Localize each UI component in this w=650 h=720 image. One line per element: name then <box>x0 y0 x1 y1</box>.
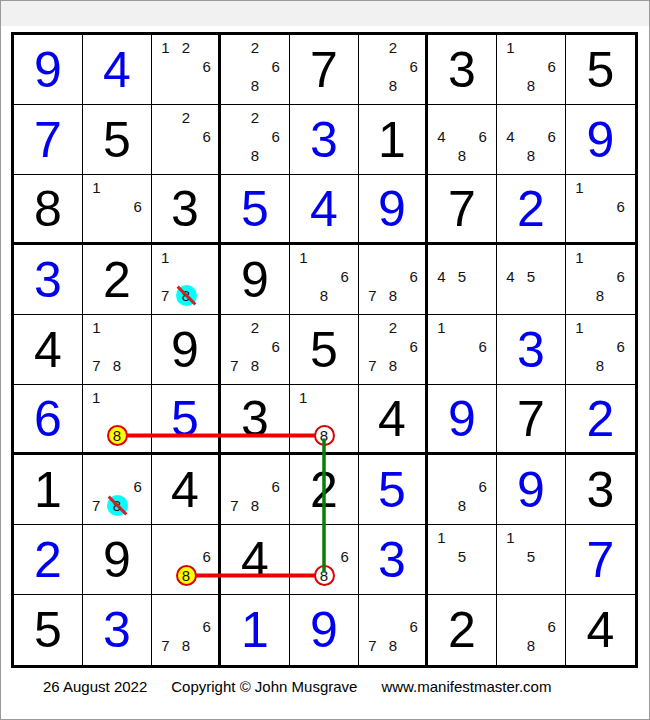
pencil-marks: 678 <box>155 598 217 655</box>
candidate-6: 6 <box>203 549 211 564</box>
cell-r3c3[interactable]: 3 <box>152 175 221 245</box>
candidate-2: 2 <box>182 40 190 55</box>
pencil-marks: 468 <box>500 108 562 165</box>
cell-r8c1[interactable]: 2 <box>14 525 83 595</box>
cell-value: 8 <box>34 184 62 234</box>
cell-value: 3 <box>517 325 545 375</box>
candidate-2: 2 <box>389 40 397 55</box>
candidate-6: 6 <box>478 339 486 354</box>
cell-r9c9[interactable]: 4 <box>566 595 635 665</box>
pencil-marks: 2678 <box>224 318 286 375</box>
candidate-6: 6 <box>409 619 417 634</box>
cell-r9c1[interactable]: 5 <box>14 595 83 665</box>
candidate-6: 6 <box>478 479 486 494</box>
candidate-8: 8 <box>389 638 397 653</box>
cell-value: 3 <box>103 605 131 655</box>
cell-r2c9[interactable]: 9 <box>566 105 635 175</box>
candidate-4: 4 <box>506 269 514 284</box>
candidate-1: 1 <box>92 180 100 195</box>
cell-value: 9 <box>34 45 62 95</box>
cell-r9c3[interactable]: 678 <box>152 595 221 665</box>
cell-r2c1[interactable]: 7 <box>14 105 83 175</box>
cell-value: 2 <box>34 535 62 585</box>
candidate-6: 6 <box>547 59 555 74</box>
cell-r6c9[interactable]: 2 <box>566 385 635 455</box>
cell-r3c4[interactable]: 5 <box>221 175 290 245</box>
pencil-marks: 18 <box>293 388 355 445</box>
candidate-6: 6 <box>547 619 555 634</box>
cell-r6c7[interactable]: 9 <box>428 385 497 455</box>
candidate-1: 1 <box>161 250 169 265</box>
cell-r3c8[interactable]: 2 <box>497 175 566 245</box>
cell-r3c2[interactable]: 16 <box>83 175 152 245</box>
candidate-6: 6 <box>478 129 486 144</box>
cell-r1c2[interactable]: 4 <box>83 35 152 105</box>
candidate-8: 8 <box>251 148 259 163</box>
cell-value: 5 <box>378 465 406 515</box>
cell-r4c7[interactable]: 45 <box>428 245 497 315</box>
candidate-2: 2 <box>251 110 259 125</box>
candidate-4: 4 <box>437 269 445 284</box>
cell-r7c3[interactable]: 4 <box>152 455 221 525</box>
cell-r5c7[interactable]: 16 <box>428 315 497 385</box>
cell-r8c4[interactable]: 4 <box>221 525 290 595</box>
candidate-8-red-ring: 8 <box>314 565 335 586</box>
cell-r2c4[interactable]: 268 <box>221 105 290 175</box>
candidate-8: 8 <box>251 78 259 93</box>
pencil-marks: 468 <box>431 108 493 165</box>
cell-r5c2[interactable]: 178 <box>83 315 152 385</box>
cell-value: 9 <box>517 465 545 515</box>
cell-value: 3 <box>241 394 269 444</box>
cell-value: 4 <box>310 184 338 234</box>
candidate-8-cyan-slash: 8 <box>107 495 128 516</box>
candidate-8: 8 <box>182 638 190 653</box>
candidate-1: 1 <box>506 530 514 545</box>
candidate-8: 8 <box>458 498 466 513</box>
candidate-1: 1 <box>92 320 100 335</box>
candidate-6: 6 <box>134 479 142 494</box>
candidate-8-red-ring: 8 <box>314 425 335 446</box>
candidate-8: 8 <box>458 148 466 163</box>
cell-r7c5[interactable]: 2 <box>290 455 359 525</box>
cell-r3c7[interactable]: 7 <box>428 175 497 245</box>
candidate-2: 2 <box>182 110 190 125</box>
pencil-marks: 15 <box>431 528 493 585</box>
cell-value: 2 <box>587 394 615 444</box>
pencil-marks: 45 <box>431 248 493 305</box>
cell-r5c6[interactable]: 2678 <box>359 315 428 385</box>
candidate-6: 6 <box>271 129 279 144</box>
cell-r1c7[interactable]: 3 <box>428 35 497 105</box>
cell-r1c1[interactable]: 9 <box>14 35 83 105</box>
candidate-2: 2 <box>251 40 259 55</box>
cell-value: 4 <box>378 394 406 444</box>
pencil-marks: 68 <box>155 528 217 585</box>
cell-value: 2 <box>448 605 476 655</box>
candidate-7: 7 <box>230 358 238 373</box>
cell-r6c1[interactable]: 6 <box>14 385 83 455</box>
pencil-marks: 168 <box>569 248 631 305</box>
pencil-marks: 168 <box>500 38 562 95</box>
candidate-7: 7 <box>368 358 376 373</box>
cell-value: 6 <box>34 394 62 444</box>
cell-value: 2 <box>310 465 338 515</box>
candidate-8-yellow-ring: 8 <box>176 565 197 586</box>
cell-value: 9 <box>310 605 338 655</box>
cell-r7c9[interactable]: 3 <box>566 455 635 525</box>
candidate-8-cyan-slash: 8 <box>176 285 197 306</box>
cell-value: 4 <box>34 325 62 375</box>
cell-r8c7[interactable]: 15 <box>428 525 497 595</box>
candidate-5: 5 <box>527 549 535 564</box>
pencil-marks: 678 <box>362 248 424 305</box>
candidate-1: 1 <box>92 390 100 405</box>
cell-value: 1 <box>34 465 62 515</box>
candidate-1: 1 <box>506 40 514 55</box>
candidate-8: 8 <box>389 358 397 373</box>
candidate-6: 6 <box>340 269 348 284</box>
cell-value: 4 <box>171 465 199 515</box>
cell-r5c9[interactable]: 168 <box>566 315 635 385</box>
cell-value: 4 <box>587 605 615 655</box>
candidate-1: 1 <box>299 390 307 405</box>
cell-r9c2[interactable]: 3 <box>83 595 152 665</box>
cell-r9c4[interactable]: 1 <box>221 595 290 665</box>
candidate-1: 1 <box>161 40 169 55</box>
cell-r2c8[interactable]: 468 <box>497 105 566 175</box>
cell-r6c4[interactable]: 3 <box>221 385 290 455</box>
candidate-6: 6 <box>616 339 624 354</box>
cell-value: 1 <box>241 605 269 655</box>
cell-r8c5[interactable]: 68 <box>290 525 359 595</box>
candidate-5: 5 <box>527 269 535 284</box>
cell-r4c8[interactable]: 45 <box>497 245 566 315</box>
pencil-marks: 16 <box>431 318 493 375</box>
cell-value: 9 <box>171 325 199 375</box>
pencil-marks: 15 <box>500 528 562 585</box>
cell-value: 3 <box>587 465 615 515</box>
pencil-marks: 178 <box>86 318 148 375</box>
candidate-8: 8 <box>527 638 535 653</box>
cell-r1c4[interactable]: 268 <box>221 35 290 105</box>
cell-value: 3 <box>171 184 199 234</box>
cell-r7c8[interactable]: 9 <box>497 455 566 525</box>
candidate-1: 1 <box>575 320 583 335</box>
cell-value: 5 <box>310 325 338 375</box>
candidate-6: 6 <box>616 199 624 214</box>
candidate-8: 8 <box>251 498 259 513</box>
candidate-1: 1 <box>575 180 583 195</box>
cell-r7c1[interactable]: 1 <box>14 455 83 525</box>
candidate-1: 1 <box>437 320 445 335</box>
footer-website: www.manifestmaster.com <box>381 678 551 695</box>
cell-r2c6[interactable]: 1 <box>359 105 428 175</box>
pencil-marks: 45 <box>500 248 562 305</box>
candidate-6: 6 <box>341 549 349 564</box>
pencil-marks: 678 <box>362 598 424 655</box>
cell-r1c9[interactable]: 5 <box>566 35 635 105</box>
cell-value: 9 <box>241 255 269 305</box>
page: 9412626872683168575262683146846898163549… <box>0 0 650 720</box>
cell-r6c2[interactable]: 18 <box>83 385 152 455</box>
cell-r9c5[interactable]: 9 <box>290 595 359 665</box>
cell-r5c4[interactable]: 2678 <box>221 315 290 385</box>
candidate-8: 8 <box>320 288 328 303</box>
pencil-marks: 68 <box>431 458 493 515</box>
cell-r5c8[interactable]: 3 <box>497 315 566 385</box>
cell-r2c5[interactable]: 3 <box>290 105 359 175</box>
candidate-6: 6 <box>409 339 417 354</box>
cell-value: 4 <box>103 45 131 95</box>
cell-r5c5[interactable]: 5 <box>290 315 359 385</box>
candidate-8: 8 <box>596 358 604 373</box>
pencil-marks: 126 <box>155 38 217 95</box>
footer: 26 August 2022Copyright © John Musgravew… <box>43 678 575 695</box>
candidate-1: 1 <box>299 250 307 265</box>
cell-r1c6[interactable]: 268 <box>359 35 428 105</box>
cell-r7c2[interactable]: 678 <box>83 455 152 525</box>
pencil-marks: 178 <box>155 248 217 305</box>
candidate-6: 6 <box>409 59 417 74</box>
cell-r4c4[interactable]: 9 <box>221 245 290 315</box>
pencil-marks: 68 <box>293 528 355 585</box>
candidate-2: 2 <box>251 320 259 335</box>
cell-r4c5[interactable]: 168 <box>290 245 359 315</box>
cell-value: 9 <box>378 184 406 234</box>
footer-copyright: Copyright © John Musgrave <box>171 678 357 695</box>
cell-r4c6[interactable]: 678 <box>359 245 428 315</box>
cell-r2c2[interactable]: 5 <box>83 105 152 175</box>
cell-value: 7 <box>310 45 338 95</box>
cell-r6c5[interactable]: 18 <box>290 385 359 455</box>
candidate-8: 8 <box>527 78 535 93</box>
cell-r9c6[interactable]: 678 <box>359 595 428 665</box>
cell-value: 1 <box>378 115 406 165</box>
candidate-7: 7 <box>368 288 376 303</box>
cell-r6c6[interactable]: 4 <box>359 385 428 455</box>
candidate-2: 2 <box>389 320 397 335</box>
pencil-marks: 26 <box>155 108 217 165</box>
cell-value: 7 <box>34 115 62 165</box>
cell-r5c3[interactable]: 9 <box>152 315 221 385</box>
cell-r9c7[interactable]: 2 <box>428 595 497 665</box>
cell-r8c9[interactable]: 7 <box>566 525 635 595</box>
candidate-6: 6 <box>133 199 141 214</box>
candidate-4: 4 <box>437 129 445 144</box>
cell-value: 3 <box>310 115 338 165</box>
candidate-6: 6 <box>202 619 210 634</box>
cell-r2c3[interactable]: 26 <box>152 105 221 175</box>
candidate-4: 4 <box>506 129 514 144</box>
cell-value: 5 <box>171 394 199 444</box>
cell-r4c2[interactable]: 2 <box>83 245 152 315</box>
cell-value: 5 <box>587 45 615 95</box>
candidate-8: 8 <box>389 288 397 303</box>
cell-value: 3 <box>378 535 406 585</box>
candidate-6: 6 <box>271 479 279 494</box>
cell-r4c9[interactable]: 168 <box>566 245 635 315</box>
cell-r3c9[interactable]: 16 <box>566 175 635 245</box>
candidate-5: 5 <box>458 549 466 564</box>
cell-value: 9 <box>103 535 131 585</box>
sudoku-board: 9412626872683168575262683146846898163549… <box>11 32 638 668</box>
cell-r2c7[interactable]: 468 <box>428 105 497 175</box>
candidate-8: 8 <box>113 358 121 373</box>
candidate-7: 7 <box>161 638 169 653</box>
pencil-marks: 268 <box>362 38 424 95</box>
cell-value: 2 <box>103 255 131 305</box>
footer-date: 26 August 2022 <box>43 678 147 695</box>
candidate-7: 7 <box>92 498 100 513</box>
candidate-6: 6 <box>616 269 624 284</box>
cell-r9c8[interactable]: 68 <box>497 595 566 665</box>
cell-r1c8[interactable]: 168 <box>497 35 566 105</box>
cell-r1c5[interactable]: 7 <box>290 35 359 105</box>
candidate-6: 6 <box>271 59 279 74</box>
candidate-1: 1 <box>437 530 445 545</box>
cell-value: 3 <box>448 45 476 95</box>
candidate-8: 8 <box>596 288 604 303</box>
cell-r3c6[interactable]: 9 <box>359 175 428 245</box>
pencil-marks: 268 <box>224 108 286 165</box>
cell-r8c6[interactable]: 3 <box>359 525 428 595</box>
cell-value: 7 <box>587 535 615 585</box>
cell-value: 3 <box>34 255 62 305</box>
cell-r6c8[interactable]: 7 <box>497 385 566 455</box>
pencil-marks: 268 <box>224 38 286 95</box>
candidate-5: 5 <box>458 269 466 284</box>
cell-value: 5 <box>103 115 131 165</box>
candidate-7: 7 <box>92 358 100 373</box>
pencil-marks: 68 <box>500 598 562 655</box>
cell-r5c1[interactable]: 4 <box>14 315 83 385</box>
cell-value: 4 <box>241 535 269 585</box>
cell-value: 7 <box>448 184 476 234</box>
top-strip <box>1 1 649 26</box>
candidate-1: 1 <box>575 250 583 265</box>
cell-r6c3[interactable]: 5 <box>152 385 221 455</box>
candidate-8-yellow-ring: 8 <box>107 425 128 446</box>
pencil-marks: 168 <box>293 248 355 305</box>
pencil-marks: 168 <box>569 318 631 375</box>
cell-r8c8[interactable]: 15 <box>497 525 566 595</box>
candidate-7: 7 <box>161 288 169 303</box>
candidate-6: 6 <box>202 59 210 74</box>
cell-r3c5[interactable]: 4 <box>290 175 359 245</box>
cell-value: 5 <box>34 605 62 655</box>
candidate-7: 7 <box>368 638 376 653</box>
cell-value: 2 <box>517 184 545 234</box>
cell-r8c3[interactable]: 68 <box>152 525 221 595</box>
pencil-marks: 678 <box>224 458 286 515</box>
candidate-8: 8 <box>527 148 535 163</box>
candidate-6: 6 <box>409 269 417 284</box>
candidate-8: 8 <box>389 78 397 93</box>
cell-value: 7 <box>517 394 545 444</box>
cell-r4c3[interactable]: 178 <box>152 245 221 315</box>
cell-r4c1[interactable]: 3 <box>14 245 83 315</box>
candidate-6: 6 <box>271 339 279 354</box>
pencil-marks: 16 <box>86 178 148 235</box>
cell-r7c6[interactable]: 5 <box>359 455 428 525</box>
candidate-6: 6 <box>547 129 555 144</box>
candidate-8: 8 <box>251 358 259 373</box>
cell-r7c7[interactable]: 68 <box>428 455 497 525</box>
pencil-marks: 16 <box>569 178 631 235</box>
cell-r1c3[interactable]: 126 <box>152 35 221 105</box>
cell-r8c2[interactable]: 9 <box>83 525 152 595</box>
pencil-marks: 18 <box>86 388 148 445</box>
pencil-marks: 678 <box>86 458 148 515</box>
cell-value: 5 <box>241 184 269 234</box>
candidate-6: 6 <box>202 129 210 144</box>
cell-value: 9 <box>448 394 476 444</box>
cell-r7c4[interactable]: 678 <box>221 455 290 525</box>
cell-r3c1[interactable]: 8 <box>14 175 83 245</box>
pencil-marks: 2678 <box>362 318 424 375</box>
candidate-7: 7 <box>230 498 238 513</box>
cell-value: 9 <box>587 115 615 165</box>
